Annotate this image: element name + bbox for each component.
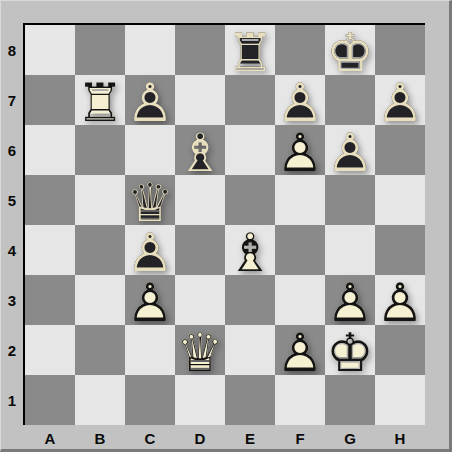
piece-outline-glyph: ♗ bbox=[225, 228, 275, 278]
square-c1[interactable] bbox=[125, 375, 175, 425]
rank-label-3: 3 bbox=[1, 275, 23, 325]
white-king-g2: ♚♔ bbox=[325, 325, 375, 375]
file-label-b: B bbox=[75, 426, 125, 450]
piece-fill-glyph: ♟ bbox=[275, 328, 325, 378]
piece-outline-glyph: ♙ bbox=[125, 78, 175, 128]
square-f7[interactable]: ♟♙ bbox=[275, 75, 325, 125]
piece-outline-glyph: ♙ bbox=[275, 78, 325, 128]
white-pawn-g3: ♟♙ bbox=[325, 275, 375, 325]
file-label-d: D bbox=[175, 426, 225, 450]
piece-outline-glyph: ♔ bbox=[325, 328, 375, 378]
file-label-g: G bbox=[325, 426, 375, 450]
square-h2[interactable] bbox=[375, 325, 425, 375]
square-b2[interactable] bbox=[75, 325, 125, 375]
rank-label-7: 7 bbox=[1, 75, 23, 125]
square-f6[interactable]: ♟♙ bbox=[275, 125, 325, 175]
square-g6[interactable]: ♟♙ bbox=[325, 125, 375, 175]
piece-outline-glyph: ♙ bbox=[325, 128, 375, 178]
file-labels: ABCDEFGH bbox=[25, 426, 425, 450]
piece-fill-glyph: ♟ bbox=[325, 128, 375, 178]
square-f1[interactable] bbox=[275, 375, 325, 425]
file-label-e: E bbox=[225, 426, 275, 450]
piece-fill-glyph: ♛ bbox=[175, 328, 225, 378]
black-bishop-d6: ♝♗ bbox=[175, 125, 225, 175]
square-e7[interactable] bbox=[225, 75, 275, 125]
square-d4[interactable] bbox=[175, 225, 225, 275]
file-label-c: C bbox=[125, 426, 175, 450]
chess-diagram-frame: ♜♖♚♔♜♖♟♙♟♙♟♙♝♗♟♙♟♙♛♕♟♙♝♗♟♙♟♙♟♙♛♕♟♙♚♔ 876… bbox=[0, 0, 452, 452]
piece-outline-glyph: ♙ bbox=[325, 278, 375, 328]
piece-outline-glyph: ♗ bbox=[175, 128, 225, 178]
square-e1[interactable] bbox=[225, 375, 275, 425]
square-g4[interactable] bbox=[325, 225, 375, 275]
square-c6[interactable] bbox=[125, 125, 175, 175]
square-b4[interactable] bbox=[75, 225, 125, 275]
white-pawn-f6: ♟♙ bbox=[275, 125, 325, 175]
square-f2[interactable]: ♟♙ bbox=[275, 325, 325, 375]
piece-fill-glyph: ♟ bbox=[325, 278, 375, 328]
piece-fill-glyph: ♟ bbox=[375, 278, 425, 328]
square-f3[interactable] bbox=[275, 275, 325, 325]
white-rook-b7: ♜♖ bbox=[75, 75, 125, 125]
rank-label-4: 4 bbox=[1, 225, 23, 275]
square-a4[interactable] bbox=[25, 225, 75, 275]
square-c7[interactable]: ♟♙ bbox=[125, 75, 175, 125]
square-h5[interactable] bbox=[375, 175, 425, 225]
white-pawn-c3: ♟♙ bbox=[125, 275, 175, 325]
piece-outline-glyph: ♙ bbox=[125, 228, 175, 278]
white-pawn-h3: ♟♙ bbox=[375, 275, 425, 325]
square-c8[interactable] bbox=[125, 25, 175, 75]
rank-label-6: 6 bbox=[1, 125, 23, 175]
square-h6[interactable] bbox=[375, 125, 425, 175]
square-b5[interactable] bbox=[75, 175, 125, 225]
square-d7[interactable] bbox=[175, 75, 225, 125]
piece-outline-glyph: ♕ bbox=[125, 178, 175, 228]
square-e3[interactable] bbox=[225, 275, 275, 325]
white-bishop-e4: ♝♗ bbox=[225, 225, 275, 275]
piece-fill-glyph: ♟ bbox=[125, 228, 175, 278]
square-d6[interactable]: ♝♗ bbox=[175, 125, 225, 175]
black-pawn-g6: ♟♙ bbox=[325, 125, 375, 175]
square-g3[interactable]: ♟♙ bbox=[325, 275, 375, 325]
file-label-f: F bbox=[275, 426, 325, 450]
square-e6[interactable] bbox=[225, 125, 275, 175]
white-queen-d2: ♛♕ bbox=[175, 325, 225, 375]
piece-outline-glyph: ♕ bbox=[175, 328, 225, 378]
piece-fill-glyph: ♚ bbox=[325, 328, 375, 378]
piece-outline-glyph: ♙ bbox=[375, 278, 425, 328]
square-b7[interactable]: ♜♖ bbox=[75, 75, 125, 125]
square-d8[interactable] bbox=[175, 25, 225, 75]
piece-outline-glyph: ♖ bbox=[225, 28, 275, 78]
black-pawn-h7: ♟♙ bbox=[375, 75, 425, 125]
chess-board: ♜♖♚♔♜♖♟♙♟♙♟♙♝♗♟♙♟♙♛♕♟♙♝♗♟♙♟♙♟♙♛♕♟♙♚♔ bbox=[23, 23, 425, 425]
piece-fill-glyph: ♟ bbox=[375, 78, 425, 128]
black-king-g8: ♚♔ bbox=[325, 25, 375, 75]
square-c2[interactable] bbox=[125, 325, 175, 375]
square-b8[interactable] bbox=[75, 25, 125, 75]
square-a2[interactable] bbox=[25, 325, 75, 375]
square-g1[interactable] bbox=[325, 375, 375, 425]
piece-outline-glyph: ♙ bbox=[275, 328, 325, 378]
square-c5[interactable]: ♛♕ bbox=[125, 175, 175, 225]
square-d1[interactable] bbox=[175, 375, 225, 425]
piece-fill-glyph: ♟ bbox=[125, 278, 175, 328]
square-a8[interactable] bbox=[25, 25, 75, 75]
square-a7[interactable] bbox=[25, 75, 75, 125]
piece-outline-glyph: ♙ bbox=[275, 128, 325, 178]
piece-fill-glyph: ♛ bbox=[125, 178, 175, 228]
square-c4[interactable]: ♟♙ bbox=[125, 225, 175, 275]
square-f5[interactable] bbox=[275, 175, 325, 225]
square-d2[interactable]: ♛♕ bbox=[175, 325, 225, 375]
square-h1[interactable] bbox=[375, 375, 425, 425]
square-e4[interactable]: ♝♗ bbox=[225, 225, 275, 275]
rank-label-2: 2 bbox=[1, 325, 23, 375]
rank-label-5: 5 bbox=[1, 175, 23, 225]
square-e2[interactable] bbox=[225, 325, 275, 375]
file-label-a: A bbox=[25, 426, 75, 450]
rank-labels: 87654321 bbox=[1, 25, 23, 425]
square-b3[interactable] bbox=[75, 275, 125, 325]
white-pawn-f2: ♟♙ bbox=[275, 325, 325, 375]
square-f4[interactable] bbox=[275, 225, 325, 275]
square-d3[interactable] bbox=[175, 275, 225, 325]
square-b6[interactable] bbox=[75, 125, 125, 175]
square-g5[interactable] bbox=[325, 175, 375, 225]
piece-fill-glyph: ♝ bbox=[225, 228, 275, 278]
square-c3[interactable]: ♟♙ bbox=[125, 275, 175, 325]
square-a6[interactable] bbox=[25, 125, 75, 175]
square-g8[interactable]: ♚♔ bbox=[325, 25, 375, 75]
black-pawn-c7: ♟♙ bbox=[125, 75, 175, 125]
rank-label-1: 1 bbox=[1, 375, 23, 425]
rank-label-8: 8 bbox=[1, 25, 23, 75]
piece-fill-glyph: ♟ bbox=[275, 78, 325, 128]
square-h7[interactable]: ♟♙ bbox=[375, 75, 425, 125]
square-g7[interactable] bbox=[325, 75, 375, 125]
black-pawn-f7: ♟♙ bbox=[275, 75, 325, 125]
black-pawn-c4: ♟♙ bbox=[125, 225, 175, 275]
piece-fill-glyph: ♚ bbox=[325, 28, 375, 78]
square-a3[interactable] bbox=[25, 275, 75, 325]
square-e8[interactable]: ♜♖ bbox=[225, 25, 275, 75]
piece-outline-glyph: ♖ bbox=[75, 78, 125, 128]
square-e5[interactable] bbox=[225, 175, 275, 225]
piece-outline-glyph: ♙ bbox=[125, 278, 175, 328]
piece-outline-glyph: ♔ bbox=[325, 28, 375, 78]
piece-fill-glyph: ♟ bbox=[275, 128, 325, 178]
square-g2[interactable]: ♚♔ bbox=[325, 325, 375, 375]
square-h8[interactable] bbox=[375, 25, 425, 75]
square-f8[interactable] bbox=[275, 25, 325, 75]
square-h3[interactable]: ♟♙ bbox=[375, 275, 425, 325]
square-a5[interactable] bbox=[25, 175, 75, 225]
square-h4[interactable] bbox=[375, 225, 425, 275]
file-label-h: H bbox=[375, 426, 425, 450]
piece-outline-glyph: ♙ bbox=[375, 78, 425, 128]
square-b1[interactable] bbox=[75, 375, 125, 425]
square-d5[interactable] bbox=[175, 175, 225, 225]
black-rook-e8: ♜♖ bbox=[225, 25, 275, 75]
black-queen-c5: ♛♕ bbox=[125, 175, 175, 225]
piece-fill-glyph: ♜ bbox=[225, 28, 275, 78]
piece-fill-glyph: ♝ bbox=[175, 128, 225, 178]
piece-fill-glyph: ♟ bbox=[125, 78, 175, 128]
piece-fill-glyph: ♜ bbox=[75, 78, 125, 128]
square-a1[interactable] bbox=[25, 375, 75, 425]
